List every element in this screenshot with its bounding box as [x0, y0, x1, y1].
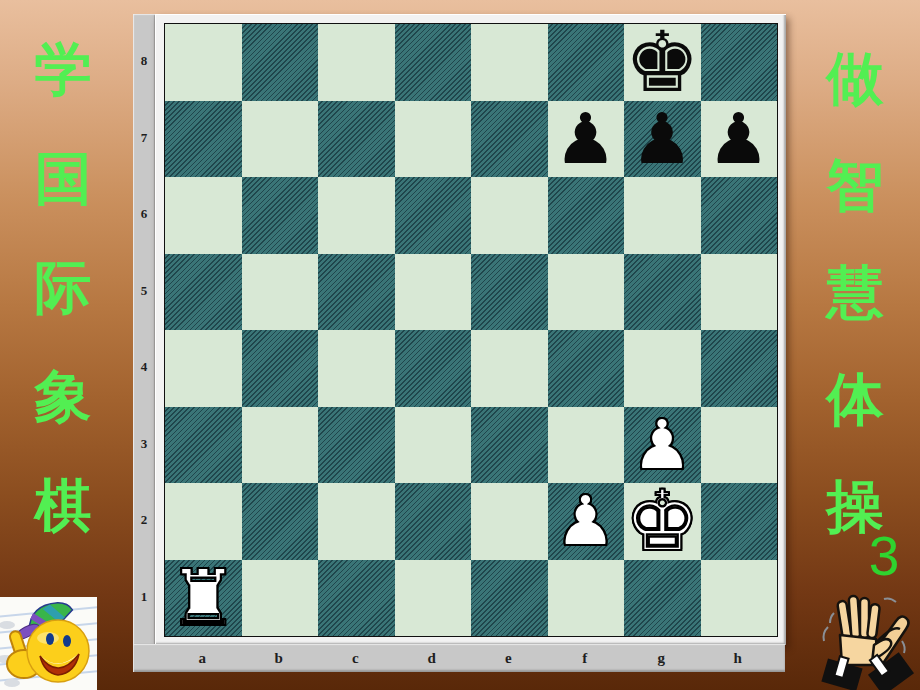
square-b5[interactable]: [242, 254, 319, 331]
piece-white-rook[interactable]: ♜: [168, 560, 238, 637]
square-d7[interactable]: [395, 101, 472, 178]
square-e2[interactable]: [471, 483, 548, 560]
chess-board[interactable]: ♚♟♟♟♟♟♚♜: [164, 23, 778, 637]
square-c8[interactable]: [318, 24, 395, 101]
rank-label-8: 8: [133, 23, 155, 100]
square-g4[interactable]: [624, 330, 701, 407]
left-banner-char-3: 际: [26, 234, 100, 343]
presentation-slide: 学国际象棋 做智慧体操 3 87654321 ♚♟♟♟♟♟♚♜ abcdefgh: [0, 0, 920, 690]
square-a3[interactable]: [165, 407, 242, 484]
square-d2[interactable]: [395, 483, 472, 560]
square-e1[interactable]: [471, 560, 548, 637]
file-label-c: c: [317, 650, 394, 667]
piece-white-pawn[interactable]: ♟: [554, 486, 617, 556]
square-f6[interactable]: [548, 177, 625, 254]
left-banner-char-2: 国: [26, 125, 100, 234]
right-banner-char-1: 做: [818, 26, 892, 133]
page-number: 3: [862, 524, 906, 588]
piece-white-pawn[interactable]: ♟: [631, 410, 694, 480]
right-banner-char-2: 智: [818, 133, 892, 240]
piece-black-pawn[interactable]: ♟: [707, 104, 770, 174]
square-h3[interactable]: [701, 407, 778, 484]
left-banner-text: 学国际象棋: [26, 16, 100, 561]
rank-label-5: 5: [133, 253, 155, 330]
square-e3[interactable]: [471, 407, 548, 484]
file-label-e: e: [470, 650, 547, 667]
piece-black-king[interactable]: ♚: [625, 24, 700, 101]
square-f3[interactable]: [548, 407, 625, 484]
rank-label-7: 7: [133, 100, 155, 177]
square-e5[interactable]: [471, 254, 548, 331]
square-d3[interactable]: [395, 407, 472, 484]
rank-label-6: 6: [133, 176, 155, 253]
square-h7[interactable]: ♟: [701, 101, 778, 178]
square-f5[interactable]: [548, 254, 625, 331]
left-banner-char-1: 学: [26, 16, 100, 125]
square-d1[interactable]: [395, 560, 472, 637]
square-b1[interactable]: [242, 560, 319, 637]
square-a4[interactable]: [165, 330, 242, 407]
square-a8[interactable]: [165, 24, 242, 101]
square-b4[interactable]: [242, 330, 319, 407]
clapping-hands-clipart: [812, 583, 916, 690]
square-f7[interactable]: ♟: [548, 101, 625, 178]
square-g7[interactable]: ♟: [624, 101, 701, 178]
square-e7[interactable]: [471, 101, 548, 178]
square-c5[interactable]: [318, 254, 395, 331]
square-b7[interactable]: [242, 101, 319, 178]
square-h1[interactable]: [701, 560, 778, 637]
square-g6[interactable]: [624, 177, 701, 254]
rank-label-1: 1: [133, 559, 155, 636]
square-b3[interactable]: [242, 407, 319, 484]
square-f8[interactable]: [548, 24, 625, 101]
square-c4[interactable]: [318, 330, 395, 407]
square-d6[interactable]: [395, 177, 472, 254]
eye: [63, 635, 71, 647]
square-h8[interactable]: [701, 24, 778, 101]
square-f2[interactable]: ♟: [548, 483, 625, 560]
square-c6[interactable]: [318, 177, 395, 254]
square-g5[interactable]: [624, 254, 701, 331]
piece-black-pawn[interactable]: ♟: [554, 104, 617, 174]
file-label-d: d: [394, 650, 471, 667]
square-e6[interactable]: [471, 177, 548, 254]
rank-label-4: 4: [133, 329, 155, 406]
file-label-a: a: [164, 650, 241, 667]
square-g1[interactable]: [624, 560, 701, 637]
square-d5[interactable]: [395, 254, 472, 331]
square-e8[interactable]: [471, 24, 548, 101]
square-a7[interactable]: [165, 101, 242, 178]
square-a1[interactable]: ♜: [165, 560, 242, 637]
square-f1[interactable]: [548, 560, 625, 637]
right-banner-char-3: 慧: [818, 240, 892, 347]
left-hand: [837, 596, 891, 665]
square-d4[interactable]: [395, 330, 472, 407]
file-label-f: f: [547, 650, 624, 667]
file-label-h: h: [700, 650, 777, 667]
square-f4[interactable]: [548, 330, 625, 407]
square-c2[interactable]: [318, 483, 395, 560]
file-labels: abcdefgh: [164, 644, 776, 672]
square-c1[interactable]: [318, 560, 395, 637]
square-b2[interactable]: [242, 483, 319, 560]
file-label-g: g: [623, 650, 700, 667]
rank-label-2: 2: [133, 482, 155, 559]
file-label-b: b: [241, 650, 318, 667]
square-h5[interactable]: [701, 254, 778, 331]
square-g3[interactable]: ♟: [624, 407, 701, 484]
eye: [46, 633, 54, 645]
square-h4[interactable]: [701, 330, 778, 407]
square-a5[interactable]: [165, 254, 242, 331]
square-b6[interactable]: [242, 177, 319, 254]
rank-labels-gutter: 87654321: [133, 14, 155, 644]
square-h6[interactable]: [701, 177, 778, 254]
square-c7[interactable]: [318, 101, 395, 178]
piece-white-king[interactable]: ♚: [625, 483, 700, 560]
square-c3[interactable]: [318, 407, 395, 484]
right-banner-char-4: 体: [818, 347, 892, 454]
square-a2[interactable]: [165, 483, 242, 560]
piece-black-pawn[interactable]: ♟: [631, 104, 694, 174]
square-e4[interactable]: [471, 330, 548, 407]
rank-label-3: 3: [133, 406, 155, 483]
left-banner-char-4: 象: [26, 343, 100, 452]
square-b8[interactable]: [242, 24, 319, 101]
square-a6[interactable]: [165, 177, 242, 254]
chess-board-panel: 87654321 ♚♟♟♟♟♟♚♜ abcdefgh: [133, 14, 785, 672]
right-banner-text: 做智慧体操: [818, 26, 892, 561]
square-g8[interactable]: ♚: [624, 24, 701, 101]
thumbs-up-smiley-clipart: [0, 597, 97, 690]
square-h2[interactable]: [701, 483, 778, 560]
square-g2[interactable]: ♚: [624, 483, 701, 560]
left-banner-char-5: 棋: [26, 452, 100, 561]
square-d8[interactable]: [395, 24, 472, 101]
board-frame: ♚♟♟♟♟♟♚♜: [155, 14, 786, 645]
file-labels-gutter: abcdefgh: [133, 644, 785, 672]
